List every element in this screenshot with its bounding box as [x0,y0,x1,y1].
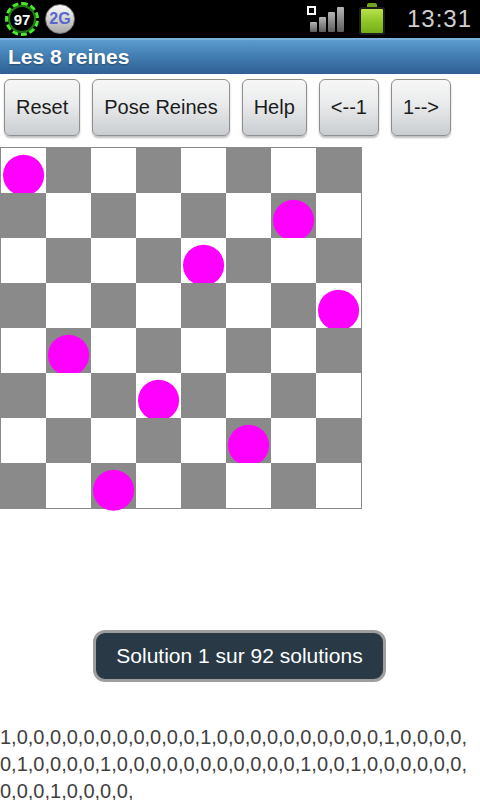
queen-piece: ● [0,148,47,193]
queen-piece: ● [90,463,137,508]
board-cell-r3c1[interactable] [1,238,46,283]
board-cell-r5c3[interactable] [91,328,136,373]
board-cell-r2c2[interactable] [46,193,91,238]
board-cell-r7c7[interactable] [271,418,316,463]
board-cell-r8c2[interactable] [46,463,91,508]
board-cell-r3c8[interactable] [316,238,361,283]
board-cell-r2c5[interactable] [181,193,226,238]
board-cell-r8c8[interactable] [316,463,361,508]
status-bar: 97 2G 13:31 [0,0,480,38]
pose-reines-button[interactable]: Pose Reines [92,79,229,136]
board-cell-r1c4[interactable] [136,148,181,193]
help-button[interactable]: Help [242,79,307,136]
board-cell-r5c5[interactable] [181,328,226,373]
board: ●●●●●●●● [0,147,362,509]
solution-counter-button[interactable]: Solution 1 sur 92 solutions [93,630,386,682]
board-cell-r8c5[interactable] [181,463,226,508]
board-cell-r8c7[interactable] [271,463,316,508]
signal-notch [307,6,316,15]
queen-piece: ● [45,328,92,373]
board-cell-r7c6[interactable]: ● [226,418,271,463]
board-cell-r3c2[interactable] [46,238,91,283]
board-cell-r4c5[interactable] [181,283,226,328]
board-cell-r1c2[interactable] [46,148,91,193]
board-cell-r6c8[interactable] [316,373,361,418]
board-state-text: 1,0,0,0,0,0,0,0,0,0,0,0,1,0,0,0,0,0,0,0,… [0,724,474,800]
board-cell-r6c2[interactable] [46,373,91,418]
network-2g-badge-icon: 2G [45,4,75,34]
queen-piece: ● [135,373,182,418]
board-cell-r2c3[interactable] [91,193,136,238]
board-cell-r3c5[interactable]: ● [181,238,226,283]
board-cell-r6c5[interactable] [181,373,226,418]
board-cell-r4c7[interactable] [271,283,316,328]
board-cell-r7c4[interactable] [136,418,181,463]
board-cell-r4c4[interactable] [136,283,181,328]
title-bar: Les 8 reines [0,38,480,74]
board-cell-r1c1[interactable]: ● [1,148,46,193]
board-cell-r5c7[interactable] [271,328,316,373]
board-cell-r7c5[interactable] [181,418,226,463]
board-cell-r1c7[interactable] [271,148,316,193]
board-cell-r4c3[interactable] [91,283,136,328]
board-cell-r6c6[interactable] [226,373,271,418]
board-cell-r3c6[interactable] [226,238,271,283]
board-cell-r7c8[interactable] [316,418,361,463]
battery-percent-widget-icon: 97 [5,2,39,36]
clock-text: 13:31 [407,5,472,33]
battery-icon [359,3,385,35]
prev-solution-button[interactable]: <--1 [319,79,379,136]
reset-button[interactable]: Reset [4,79,80,136]
board-cell-r8c4[interactable] [136,463,181,508]
board-cell-r3c3[interactable] [91,238,136,283]
board-cell-r5c2[interactable]: ● [46,328,91,373]
toolbar: Reset Pose Reines Help <--1 1--> [4,79,451,136]
board-cell-r2c8[interactable] [316,193,361,238]
board-cell-r7c2[interactable] [46,418,91,463]
board-cell-r7c3[interactable] [91,418,136,463]
board-cell-r4c6[interactable] [226,283,271,328]
network-badge-label: 2G [49,10,70,28]
board-cell-r3c7[interactable] [271,238,316,283]
board-cell-r5c1[interactable] [1,328,46,373]
board-cell-r4c8[interactable]: ● [316,283,361,328]
board-cell-r4c2[interactable] [46,283,91,328]
board-cell-r1c3[interactable] [91,148,136,193]
board-cell-r5c6[interactable] [226,328,271,373]
board-cell-r4c1[interactable] [1,283,46,328]
next-solution-button[interactable]: 1--> [391,79,451,136]
board-cell-r5c4[interactable] [136,328,181,373]
board-cell-r6c4[interactable]: ● [136,373,181,418]
solution-counter-label: Solution 1 sur 92 solutions [116,644,362,668]
board-cell-r8c1[interactable] [1,463,46,508]
queen-piece: ● [180,238,227,283]
queen-piece: ● [225,418,272,463]
board-cell-r7c1[interactable] [1,418,46,463]
board-cell-r2c7[interactable]: ● [271,193,316,238]
board-cell-r2c6[interactable] [226,193,271,238]
battery-percent-value: 97 [14,11,31,28]
queen-piece: ● [270,193,317,238]
board-cell-r2c1[interactable] [1,193,46,238]
board-cell-r1c6[interactable] [226,148,271,193]
board-cell-r6c7[interactable] [271,373,316,418]
board-cell-r8c3[interactable]: ● [91,463,136,508]
board-cell-r3c4[interactable] [136,238,181,283]
queen-piece: ● [315,283,362,328]
board-cell-r8c6[interactable] [226,463,271,508]
board-cell-r1c5[interactable] [181,148,226,193]
board-cell-r5c8[interactable] [316,328,361,373]
signal-strength-icon [307,6,345,32]
page-title: Les 8 reines [0,40,480,73]
board-cell-r2c4[interactable] [136,193,181,238]
board-cell-r6c3[interactable] [91,373,136,418]
board-cell-r1c8[interactable] [316,148,361,193]
board-cell-r6c1[interactable] [1,373,46,418]
